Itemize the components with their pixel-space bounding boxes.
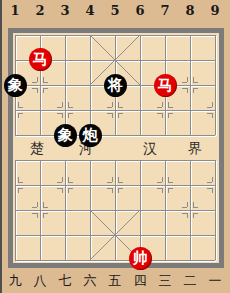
red-horse-piece[interactable]: 马 — [29, 48, 52, 71]
red-horse-piece[interactable]: 马 — [154, 74, 177, 97]
bottom-file-label-1: 一 — [203, 273, 227, 289]
bottom-file-label-8: 八 — [28, 273, 52, 289]
bottom-file-label-2: 二 — [178, 273, 202, 289]
bottom-file-label-9: 九 — [3, 273, 27, 289]
black-elephant-piece[interactable]: 象 — [54, 124, 77, 147]
black-elephant-piece[interactable]: 象 — [4, 74, 27, 97]
river-char-jie: 界 — [185, 140, 205, 156]
bottom-file-label-3: 三 — [153, 273, 177, 289]
black-cannon-piece[interactable]: 炮 — [79, 124, 102, 147]
bottom-file-label-6: 六 — [78, 273, 102, 289]
red-general-piece[interactable]: 帅 — [129, 247, 152, 270]
river-char-chu: 楚 — [27, 140, 47, 156]
bottom-file-label-7: 七 — [53, 273, 77, 289]
black-general-piece[interactable]: 将 — [104, 74, 127, 97]
xiangqi-game-screen: 1 2 3 4 5 6 7 8 9 楚 河 汉 界 马 象 将 马 象 炮 帅 … — [0, 0, 230, 293]
river-char-han: 汉 — [140, 140, 160, 156]
bottom-file-label-4: 四 — [128, 273, 152, 289]
bottom-file-label-5: 五 — [103, 273, 127, 289]
